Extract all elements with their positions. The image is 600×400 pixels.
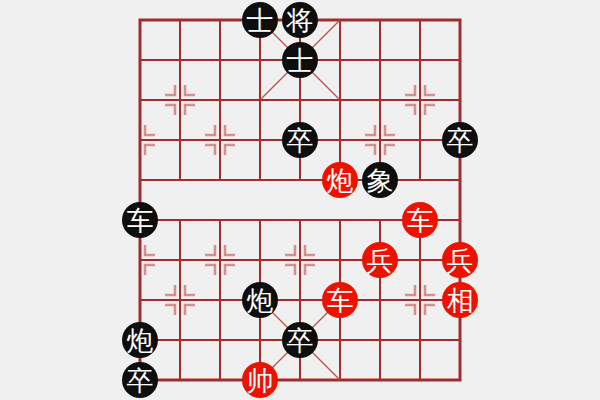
piece-black-chariot[interactable]: 车: [122, 202, 158, 238]
piece-red-elephant[interactable]: 相: [442, 282, 478, 318]
piece-red-chariot[interactable]: 车: [322, 282, 358, 318]
piece-black-advisor[interactable]: 士: [242, 2, 278, 38]
piece-red-chariot[interactable]: 车: [402, 202, 438, 238]
piece-black-soldier[interactable]: 卒: [442, 122, 478, 158]
piece-black-cannon[interactable]: 炮: [122, 322, 158, 358]
piece-red-cannon[interactable]: 炮: [322, 162, 358, 198]
piece-red-soldier[interactable]: 兵: [362, 242, 398, 278]
piece-black-soldier[interactable]: 卒: [282, 122, 318, 158]
piece-black-cannon[interactable]: 炮: [242, 282, 278, 318]
xiangqi-app: 士将士卒卒炮象车车兵兵炮车相炮卒卒帅: [0, 0, 600, 400]
xiangqi-board: 士将士卒卒炮象车车兵兵炮车相炮卒卒帅: [120, 0, 480, 400]
piece-red-soldier[interactable]: 兵: [442, 242, 478, 278]
piece-black-soldier[interactable]: 卒: [122, 362, 158, 398]
piece-red-general[interactable]: 帅: [242, 362, 278, 398]
piece-black-soldier[interactable]: 卒: [282, 322, 318, 358]
piece-black-elephant[interactable]: 象: [362, 162, 398, 198]
piece-black-general[interactable]: 将: [282, 2, 318, 38]
piece-black-advisor[interactable]: 士: [282, 42, 318, 78]
